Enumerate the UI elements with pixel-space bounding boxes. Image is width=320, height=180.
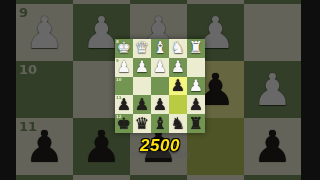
board-square[interactable]: 12♚	[115, 114, 133, 133]
board-square[interactable]: ♜	[187, 39, 205, 58]
white-pawn-icon: ♟	[244, 61, 301, 118]
faded-caption-remnant	[132, 151, 190, 158]
black-pawn-icon: ♟	[169, 77, 187, 96]
black-queen-icon: ♛	[133, 114, 151, 133]
board-square[interactable]: ♝	[151, 39, 169, 58]
white-pawn-icon: ♟	[169, 58, 187, 77]
board-square[interactable]: ♝	[151, 114, 169, 133]
bg-square	[244, 4, 301, 61]
board-square[interactable]: ♞	[169, 39, 187, 58]
white-king-icon: ♚	[115, 39, 133, 58]
board-square[interactable]: ♛	[133, 114, 151, 133]
chess-board[interactable]: 8♚♛♝♞♜9♟♟♟♟10♟♟11♟♟♟♟12♚♛♝♞♜	[115, 39, 205, 133]
board-square[interactable]: 8♚	[115, 39, 133, 58]
white-pawn-icon: ♟	[151, 58, 169, 77]
white-rook-icon: ♜	[187, 39, 205, 58]
board-square[interactable]	[169, 95, 187, 114]
black-rook-icon: ♜	[187, 114, 205, 133]
bg-partial-square	[130, 175, 187, 180]
board-square[interactable]: 9♟	[115, 58, 133, 77]
board-square[interactable]: ♟	[133, 58, 151, 77]
white-pawn-icon: ♟	[187, 77, 205, 96]
board-square[interactable]: 10	[115, 77, 133, 96]
white-knight-icon: ♞	[169, 39, 187, 58]
board-square[interactable]	[187, 58, 205, 77]
board-square[interactable]: ♟	[169, 58, 187, 77]
white-bishop-icon: ♝	[151, 39, 169, 58]
bg-partial-square	[16, 175, 73, 180]
black-king-icon: ♚	[115, 114, 133, 133]
white-pawn-icon: ♟	[16, 4, 73, 61]
board-square[interactable]: ♟	[169, 77, 187, 96]
bg-partial-square	[187, 175, 244, 180]
board-square[interactable]: 11♟	[115, 95, 133, 114]
board-square[interactable]: ♞	[169, 114, 187, 133]
black-bishop-icon: ♝	[151, 114, 169, 133]
board-square[interactable]: ♟	[187, 77, 205, 96]
bg-partial-square	[244, 175, 301, 180]
board-square[interactable]: ♟	[133, 95, 151, 114]
bg-square: ♟	[244, 61, 301, 118]
bg-square: 10	[16, 61, 73, 118]
board-square[interactable]: ♟	[151, 95, 169, 114]
white-queen-icon: ♛	[133, 39, 151, 58]
black-pawn-icon: ♟	[133, 95, 151, 114]
black-pawn-icon: ♟	[187, 95, 205, 114]
rank-coordinate-label: 10	[116, 77, 122, 82]
board-square[interactable]: ♟	[187, 95, 205, 114]
white-pawn-icon: ♟	[133, 58, 151, 77]
board-square[interactable]	[151, 77, 169, 96]
video-frame: 9♟♟♟♟10♟♟11♟♟♟♟ 8♚♛♝♞♜9♟♟♟♟10♟♟11♟♟♟♟12♚…	[0, 0, 320, 180]
rank-coordinate-label: 10	[19, 62, 37, 77]
black-pawn-icon: ♟	[151, 95, 169, 114]
board-square[interactable]	[133, 77, 151, 96]
bg-partial-square	[73, 175, 130, 180]
board-square[interactable]: ♜	[187, 114, 205, 133]
bg-square: 9♟	[16, 4, 73, 61]
white-pawn-icon: ♟	[115, 58, 133, 77]
black-pawn-icon: ♟	[115, 95, 133, 114]
board-square[interactable]: ♟	[151, 58, 169, 77]
black-knight-icon: ♞	[169, 114, 187, 133]
board-square[interactable]: ♛	[133, 39, 151, 58]
